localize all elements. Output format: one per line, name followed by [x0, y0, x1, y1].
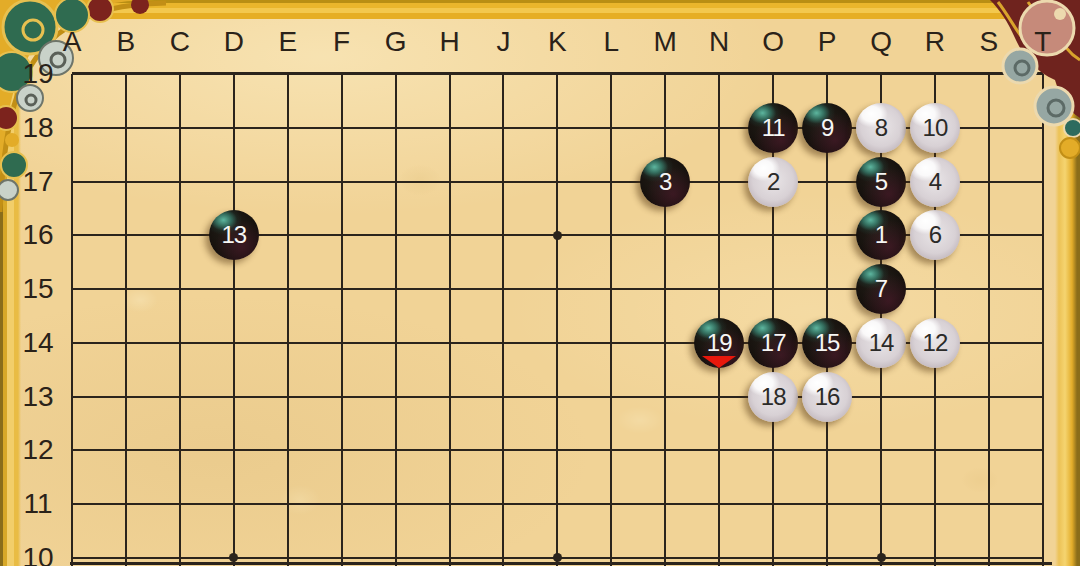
intersection[interactable]	[800, 531, 854, 566]
intersection[interactable]	[908, 423, 962, 477]
intersection[interactable]	[261, 208, 315, 262]
intersection[interactable]	[99, 423, 153, 477]
intersection[interactable]	[261, 423, 315, 477]
white-stone[interactable]: 16	[802, 372, 852, 422]
intersection[interactable]	[530, 531, 584, 566]
intersection[interactable]	[423, 477, 477, 531]
intersection[interactable]: 13	[207, 208, 261, 262]
intersection[interactable]: 11	[746, 101, 800, 155]
intersection[interactable]	[692, 262, 746, 316]
intersection[interactable]	[908, 477, 962, 531]
intersection[interactable]	[530, 316, 584, 370]
row-label: 12	[10, 423, 66, 477]
intersection[interactable]	[477, 477, 531, 531]
intersection[interactable]	[638, 370, 692, 424]
intersection[interactable]	[423, 155, 477, 209]
column-label: L	[584, 20, 638, 64]
intersection[interactable]	[423, 370, 477, 424]
intersection[interactable]	[153, 477, 207, 531]
intersection[interactable]	[423, 101, 477, 155]
intersection[interactable]: 2	[746, 155, 800, 209]
column-label: S	[962, 20, 1016, 64]
intersection[interactable]	[638, 101, 692, 155]
intersection[interactable]	[261, 262, 315, 316]
stone-move-number: 6	[929, 223, 941, 247]
intersection[interactable]	[746, 208, 800, 262]
white-stone[interactable]: 12	[910, 318, 960, 368]
intersection[interactable]	[207, 101, 261, 155]
intersection[interactable]	[1016, 370, 1070, 424]
intersection[interactable]	[962, 155, 1016, 209]
row-label: 11	[10, 477, 66, 531]
stone-move-number: 3	[659, 170, 671, 194]
stone-move-number: 2	[767, 170, 779, 194]
column-label: F	[315, 20, 369, 64]
intersection[interactable]	[638, 423, 692, 477]
intersection[interactable]	[800, 423, 854, 477]
intersection[interactable]	[584, 316, 638, 370]
intersection[interactable]: 16	[800, 370, 854, 424]
intersection[interactable]: 6	[908, 208, 962, 262]
intersection[interactable]	[962, 316, 1016, 370]
white-stone[interactable]: 8	[856, 103, 906, 153]
row-label: 15	[10, 262, 66, 316]
intersection[interactable]	[584, 155, 638, 209]
stone-move-number: 16	[815, 385, 840, 409]
intersection[interactable]	[962, 370, 1016, 424]
intersection[interactable]	[746, 262, 800, 316]
intersection[interactable]: 17	[746, 316, 800, 370]
white-stone[interactable]: 18	[748, 372, 798, 422]
intersection[interactable]	[369, 477, 423, 531]
intersection[interactable]	[477, 423, 531, 477]
white-stone[interactable]: 10	[910, 103, 960, 153]
board-grid: 11981032541316719171514121816	[45, 47, 1070, 566]
star-point	[877, 553, 886, 562]
intersection[interactable]	[99, 208, 153, 262]
star-point	[553, 231, 562, 240]
intersection[interactable]	[1016, 101, 1070, 155]
intersection[interactable]	[369, 262, 423, 316]
intersection[interactable]	[638, 531, 692, 566]
intersection[interactable]	[530, 370, 584, 424]
black-stone[interactable]: 1	[856, 210, 906, 260]
intersection[interactable]	[692, 423, 746, 477]
intersection[interactable]	[962, 101, 1016, 155]
white-stone[interactable]: 14	[856, 318, 906, 368]
stone-move-number: 1	[875, 223, 887, 247]
intersection[interactable]	[207, 477, 261, 531]
column-label: N	[692, 20, 746, 64]
column-label: D	[207, 20, 261, 64]
intersection[interactable]	[962, 262, 1016, 316]
intersection[interactable]	[1016, 262, 1070, 316]
column-label: K	[530, 20, 584, 64]
stone-move-number: 15	[815, 331, 840, 355]
intersection[interactable]	[423, 208, 477, 262]
intersection[interactable]	[477, 208, 531, 262]
intersection[interactable]	[530, 101, 584, 155]
stone-move-number: 14	[869, 331, 894, 355]
intersection[interactable]	[99, 531, 153, 566]
intersection[interactable]	[908, 370, 962, 424]
intersection[interactable]	[800, 155, 854, 209]
intersection[interactable]	[1016, 316, 1070, 370]
intersection[interactable]	[315, 101, 369, 155]
intersection[interactable]	[746, 477, 800, 531]
intersection[interactable]	[153, 155, 207, 209]
intersection[interactable]	[423, 316, 477, 370]
intersection[interactable]	[99, 262, 153, 316]
black-stone[interactable]: 11	[748, 103, 798, 153]
intersection[interactable]	[477, 370, 531, 424]
intersection[interactable]	[153, 370, 207, 424]
intersection[interactable]	[530, 477, 584, 531]
intersection[interactable]	[207, 316, 261, 370]
column-label: Q	[854, 20, 908, 64]
stone-move-number: 12	[923, 331, 948, 355]
intersection[interactable]	[908, 531, 962, 566]
intersection[interactable]	[800, 262, 854, 316]
intersection[interactable]	[423, 423, 477, 477]
white-stone[interactable]: 2	[748, 157, 798, 207]
intersection[interactable]	[477, 155, 531, 209]
stone-move-number: 11	[762, 116, 785, 140]
intersection[interactable]	[962, 531, 1016, 566]
column-label: E	[261, 20, 315, 64]
intersection[interactable]	[638, 262, 692, 316]
intersection[interactable]	[207, 370, 261, 424]
row-label: 13	[10, 370, 66, 424]
intersection[interactable]	[315, 531, 369, 566]
intersection[interactable]	[261, 370, 315, 424]
intersection[interactable]: 14	[854, 316, 908, 370]
column-label: C	[153, 20, 207, 64]
intersection[interactable]	[153, 208, 207, 262]
row-label: 19	[10, 47, 66, 101]
intersection[interactable]	[638, 477, 692, 531]
intersection[interactable]	[584, 423, 638, 477]
intersection[interactable]	[153, 423, 207, 477]
intersection[interactable]	[908, 262, 962, 316]
black-stone[interactable]: 9	[802, 103, 852, 153]
stone-move-number: 7	[875, 277, 887, 301]
black-stone[interactable]: 19	[694, 318, 744, 368]
column-label: P	[800, 20, 854, 64]
stone-move-number: 8	[875, 116, 887, 140]
intersection[interactable]	[1016, 155, 1070, 209]
stone-move-number: 18	[761, 385, 786, 409]
intersection[interactable]: 12	[908, 316, 962, 370]
row-label: 17	[10, 155, 66, 209]
stone-move-number: 17	[761, 331, 786, 355]
row-label: 18	[10, 101, 66, 155]
intersection[interactable]	[962, 423, 1016, 477]
intersection[interactable]	[1016, 531, 1070, 566]
intersection[interactable]	[477, 316, 531, 370]
row-label: 16	[10, 208, 66, 262]
intersection[interactable]	[99, 101, 153, 155]
intersection[interactable]	[584, 531, 638, 566]
stone-move-number: 10	[923, 116, 948, 140]
intersection[interactable]	[369, 208, 423, 262]
intersection[interactable]	[584, 208, 638, 262]
white-stone[interactable]: 6	[910, 210, 960, 260]
intersection[interactable]	[315, 370, 369, 424]
column-label: B	[99, 20, 153, 64]
intersection[interactable]	[207, 262, 261, 316]
intersection[interactable]: 18	[746, 370, 800, 424]
intersection[interactable]	[261, 531, 315, 566]
intersection[interactable]	[477, 531, 531, 566]
intersection[interactable]: 3	[638, 155, 692, 209]
intersection[interactable]	[315, 155, 369, 209]
intersection[interactable]	[315, 262, 369, 316]
intersection[interactable]	[692, 208, 746, 262]
intersection[interactable]	[207, 423, 261, 477]
intersection[interactable]	[153, 531, 207, 566]
intersection[interactable]	[423, 531, 477, 566]
row-label: 10	[10, 531, 66, 566]
intersection[interactable]	[584, 477, 638, 531]
intersection[interactable]	[99, 316, 153, 370]
intersection[interactable]	[369, 101, 423, 155]
intersection[interactable]	[1016, 423, 1070, 477]
intersection[interactable]	[369, 531, 423, 566]
intersection[interactable]: 4	[908, 155, 962, 209]
intersection[interactable]	[530, 262, 584, 316]
intersection[interactable]	[638, 208, 692, 262]
intersection[interactable]	[854, 531, 908, 566]
intersection[interactable]: 8	[854, 101, 908, 155]
intersection[interactable]	[369, 370, 423, 424]
intersection[interactable]	[1016, 477, 1070, 531]
intersection[interactable]	[962, 208, 1016, 262]
intersection[interactable]	[746, 531, 800, 566]
intersection[interactable]	[854, 370, 908, 424]
intersection[interactable]	[207, 155, 261, 209]
intersection[interactable]	[800, 477, 854, 531]
gold-border-top	[0, 0, 1080, 19]
black-stone[interactable]: 5	[856, 157, 906, 207]
column-label: G	[369, 20, 423, 64]
intersection[interactable]	[261, 316, 315, 370]
go-board-screen: ABCDEFGHJKLMNOPQRST 19181716151413121110…	[0, 0, 1080, 566]
intersection[interactable]	[315, 423, 369, 477]
intersection[interactable]	[584, 370, 638, 424]
intersection[interactable]: 9	[800, 101, 854, 155]
intersection[interactable]: 10	[908, 101, 962, 155]
column-label: H	[423, 20, 477, 64]
intersection[interactable]	[261, 155, 315, 209]
black-stone[interactable]: 15	[802, 318, 852, 368]
intersection[interactable]: 15	[800, 316, 854, 370]
intersection[interactable]	[692, 155, 746, 209]
intersection[interactable]: 5	[854, 155, 908, 209]
last-move-marker-icon	[702, 356, 736, 368]
intersection[interactable]	[261, 101, 315, 155]
intersection[interactable]: 7	[854, 262, 908, 316]
black-stone[interactable]: 3	[640, 157, 690, 207]
intersection[interactable]	[1016, 208, 1070, 262]
intersection[interactable]	[584, 101, 638, 155]
intersection[interactable]	[854, 423, 908, 477]
intersection[interactable]	[99, 477, 153, 531]
bottom-cutoff-line	[70, 562, 1052, 565]
intersection[interactable]	[800, 208, 854, 262]
row-label: 14	[10, 316, 66, 370]
intersection[interactable]	[315, 477, 369, 531]
intersection[interactable]	[854, 477, 908, 531]
column-label: J	[477, 20, 531, 64]
star-point	[229, 553, 238, 562]
intersection[interactable]	[477, 262, 531, 316]
intersection[interactable]	[638, 316, 692, 370]
intersection[interactable]	[153, 101, 207, 155]
intersection[interactable]	[423, 262, 477, 316]
intersection[interactable]	[261, 477, 315, 531]
intersection[interactable]	[477, 101, 531, 155]
intersection[interactable]	[99, 155, 153, 209]
intersection[interactable]	[746, 423, 800, 477]
intersection[interactable]	[153, 262, 207, 316]
intersection[interactable]	[584, 262, 638, 316]
black-stone[interactable]: 17	[748, 318, 798, 368]
intersection[interactable]	[692, 370, 746, 424]
column-label: R	[908, 20, 962, 64]
intersection[interactable]	[530, 423, 584, 477]
intersection[interactable]	[315, 208, 369, 262]
intersection[interactable]	[530, 155, 584, 209]
intersection[interactable]	[207, 531, 261, 566]
stone-move-number: 4	[929, 170, 941, 194]
intersection[interactable]	[962, 477, 1016, 531]
column-label: T	[1016, 20, 1070, 64]
intersection[interactable]: 19	[692, 316, 746, 370]
stone-move-number: 9	[821, 116, 833, 140]
black-stone[interactable]: 7	[856, 264, 906, 314]
intersection[interactable]	[369, 155, 423, 209]
intersection[interactable]	[369, 423, 423, 477]
column-label: M	[638, 20, 692, 64]
column-labels: ABCDEFGHJKLMNOPQRST	[45, 20, 1070, 64]
intersection[interactable]	[153, 316, 207, 370]
intersection[interactable]	[530, 208, 584, 262]
intersection[interactable]	[692, 531, 746, 566]
intersection[interactable]	[692, 101, 746, 155]
stone-move-number: 5	[875, 170, 887, 194]
intersection[interactable]	[692, 477, 746, 531]
white-stone[interactable]: 4	[910, 157, 960, 207]
star-point	[553, 553, 562, 562]
intersection[interactable]	[315, 316, 369, 370]
black-stone[interactable]: 13	[209, 210, 259, 260]
row-labels: 19181716151413121110	[10, 47, 66, 566]
intersection[interactable]	[99, 370, 153, 424]
stone-move-number: 13	[221, 223, 246, 247]
intersection[interactable]	[369, 316, 423, 370]
intersection[interactable]: 1	[854, 208, 908, 262]
column-label: O	[746, 20, 800, 64]
stone-move-number: 19	[707, 331, 732, 355]
